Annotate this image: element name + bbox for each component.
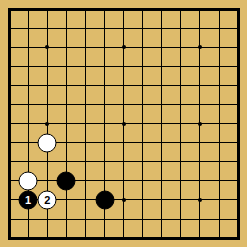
- star-point: [198, 198, 202, 202]
- star-point: [45, 122, 49, 126]
- star-point: [198, 45, 202, 49]
- star-point: [122, 122, 126, 126]
- star-point: [45, 45, 49, 49]
- black-stone-move-1[interactable]: 1: [19, 191, 38, 210]
- black-stone[interactable]: [95, 191, 114, 210]
- star-point: [198, 122, 202, 126]
- white-stone[interactable]: [19, 171, 38, 190]
- white-stone[interactable]: [38, 133, 57, 152]
- go-diagram: 12: [0, 0, 247, 247]
- star-point: [122, 45, 126, 49]
- star-point: [122, 198, 126, 202]
- white-stone-move-2[interactable]: 2: [38, 191, 57, 210]
- black-stone[interactable]: [57, 171, 76, 190]
